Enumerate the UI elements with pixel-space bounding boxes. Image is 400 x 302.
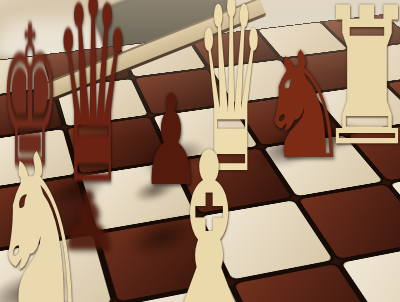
chess-board xyxy=(0,14,400,302)
chess-photo-scene: ♚ ♛ ♟ ♛ ♞ ♜ ♟ ♞ ♝ xyxy=(0,0,400,302)
